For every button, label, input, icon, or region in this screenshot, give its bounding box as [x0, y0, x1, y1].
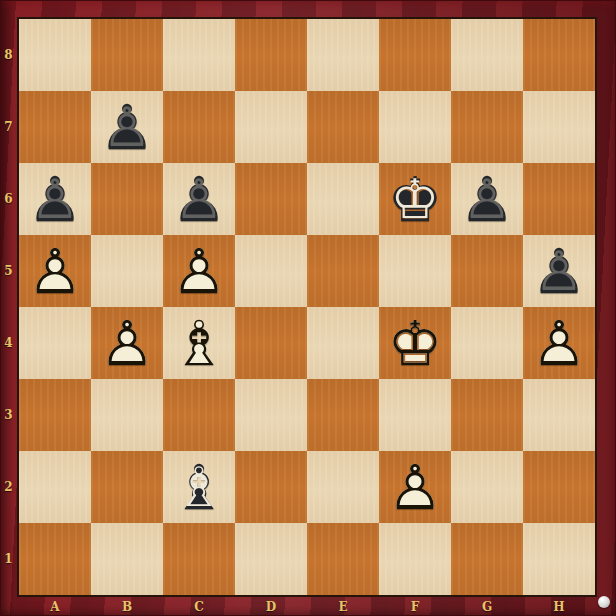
file-label-h: H [523, 597, 595, 616]
file-label-e: E [307, 597, 379, 616]
file-label-g: G [451, 597, 523, 616]
square-g4[interactable] [451, 307, 523, 379]
square-h2[interactable] [523, 451, 595, 523]
square-h5[interactable]: ♟♙ [523, 235, 595, 307]
white-pawn-outline: ♙ [379, 453, 451, 523]
square-f1[interactable] [379, 523, 451, 595]
square-e5[interactable] [307, 235, 379, 307]
square-g2[interactable] [451, 451, 523, 523]
square-h6[interactable] [523, 163, 595, 235]
black-king-outline: ♔ [383, 169, 446, 231]
square-d1[interactable] [235, 523, 307, 595]
square-e2[interactable] [307, 451, 379, 523]
square-d6[interactable] [235, 163, 307, 235]
square-c3[interactable] [163, 379, 235, 451]
piece-black-pawn[interactable]: ♟♙ [451, 163, 523, 235]
square-f8[interactable] [379, 19, 451, 91]
square-f4[interactable]: ♚♔ [379, 307, 451, 379]
rank-label-2: 2 [0, 451, 17, 523]
white-pawn-outline: ♙ [523, 309, 595, 379]
square-h1[interactable] [523, 523, 595, 595]
piece-white-pawn[interactable]: ♟♙ [19, 235, 91, 307]
square-c6[interactable]: ♟♙ [163, 163, 235, 235]
piece-black-bishop[interactable]: ♝♗ [163, 451, 235, 523]
square-c8[interactable] [163, 19, 235, 91]
black-pawn-outline: ♙ [455, 169, 518, 231]
piece-white-pawn[interactable]: ♟♙ [163, 235, 235, 307]
square-d8[interactable] [235, 19, 307, 91]
rank-label-1: 1 [0, 523, 17, 595]
white-bishop-outline: ♗ [163, 309, 235, 379]
square-a4[interactable] [19, 307, 91, 379]
piece-white-pawn[interactable]: ♟♙ [523, 307, 595, 379]
file-label-a: A [19, 597, 91, 616]
square-d3[interactable] [235, 379, 307, 451]
square-f6[interactable]: ♚♔ [379, 163, 451, 235]
rank-label-5: 5 [0, 235, 17, 307]
square-g7[interactable] [451, 91, 523, 163]
piece-white-bishop[interactable]: ♝♗ [163, 307, 235, 379]
square-d4[interactable] [235, 307, 307, 379]
piece-white-pawn[interactable]: ♟♙ [379, 451, 451, 523]
square-e6[interactable] [307, 163, 379, 235]
square-e3[interactable] [307, 379, 379, 451]
square-f3[interactable] [379, 379, 451, 451]
white-pawn-outline: ♙ [19, 237, 91, 307]
rank-label-6: 6 [0, 163, 17, 235]
square-e1[interactable] [307, 523, 379, 595]
chess-board: ♟♙♟♙♟♙♚♔♟♙♟♙♟♙♟♙♟♙♝♗♚♔♟♙♝♗♟♙ [19, 19, 595, 595]
piece-black-pawn[interactable]: ♟♙ [19, 163, 91, 235]
square-e8[interactable] [307, 19, 379, 91]
side-to-move-indicator [598, 596, 610, 608]
white-king-outline: ♔ [379, 309, 451, 379]
square-a3[interactable] [19, 379, 91, 451]
white-pawn-outline: ♙ [163, 237, 235, 307]
square-a7[interactable] [19, 91, 91, 163]
rank-label-8: 8 [0, 19, 17, 91]
file-label-c: C [163, 597, 235, 616]
piece-black-king[interactable]: ♚♔ [379, 163, 451, 235]
piece-black-pawn[interactable]: ♟♙ [523, 235, 595, 307]
square-c5[interactable]: ♟♙ [163, 235, 235, 307]
square-f5[interactable] [379, 235, 451, 307]
square-a5[interactable]: ♟♙ [19, 235, 91, 307]
square-b2[interactable] [91, 451, 163, 523]
square-b1[interactable] [91, 523, 163, 595]
square-g1[interactable] [451, 523, 523, 595]
white-pawn-outline: ♙ [91, 309, 163, 379]
square-c1[interactable] [163, 523, 235, 595]
black-pawn-outline: ♙ [23, 169, 86, 231]
square-b5[interactable] [91, 235, 163, 307]
square-e4[interactable] [307, 307, 379, 379]
black-bishop-outline: ♗ [167, 457, 230, 519]
rank-label-4: 4 [0, 307, 17, 379]
square-g3[interactable] [451, 379, 523, 451]
square-c2[interactable]: ♝♗ [163, 451, 235, 523]
square-a6[interactable]: ♟♙ [19, 163, 91, 235]
square-d5[interactable] [235, 235, 307, 307]
square-a2[interactable] [19, 451, 91, 523]
file-label-b: B [91, 597, 163, 616]
square-b6[interactable] [91, 163, 163, 235]
square-h8[interactable] [523, 19, 595, 91]
square-g5[interactable] [451, 235, 523, 307]
board-frame: ♟♙♟♙♟♙♚♔♟♙♟♙♟♙♟♙♟♙♝♗♚♔♟♙♝♗♟♙ 87654321ABC… [0, 0, 616, 616]
square-h4[interactable]: ♟♙ [523, 307, 595, 379]
rank-label-3: 3 [0, 379, 17, 451]
square-b4[interactable]: ♟♙ [91, 307, 163, 379]
square-f2[interactable]: ♟♙ [379, 451, 451, 523]
piece-black-pawn[interactable]: ♟♙ [91, 91, 163, 163]
black-pawn-outline: ♙ [527, 241, 590, 303]
square-h7[interactable] [523, 91, 595, 163]
square-g6[interactable]: ♟♙ [451, 163, 523, 235]
piece-white-pawn[interactable]: ♟♙ [91, 307, 163, 379]
square-c4[interactable]: ♝♗ [163, 307, 235, 379]
black-pawn-outline: ♙ [167, 169, 230, 231]
square-a8[interactable] [19, 19, 91, 91]
square-h3[interactable] [523, 379, 595, 451]
square-b3[interactable] [91, 379, 163, 451]
square-c7[interactable] [163, 91, 235, 163]
square-f7[interactable] [379, 91, 451, 163]
square-a1[interactable] [19, 523, 91, 595]
square-g8[interactable] [451, 19, 523, 91]
square-b7[interactable]: ♟♙ [91, 91, 163, 163]
piece-black-pawn[interactable]: ♟♙ [163, 163, 235, 235]
rank-label-7: 7 [0, 91, 17, 163]
square-e7[interactable] [307, 91, 379, 163]
piece-white-king[interactable]: ♚♔ [379, 307, 451, 379]
square-d2[interactable] [235, 451, 307, 523]
file-label-f: F [379, 597, 451, 616]
black-pawn-outline: ♙ [95, 97, 158, 159]
square-d7[interactable] [235, 91, 307, 163]
file-label-d: D [235, 597, 307, 616]
square-b8[interactable] [91, 19, 163, 91]
